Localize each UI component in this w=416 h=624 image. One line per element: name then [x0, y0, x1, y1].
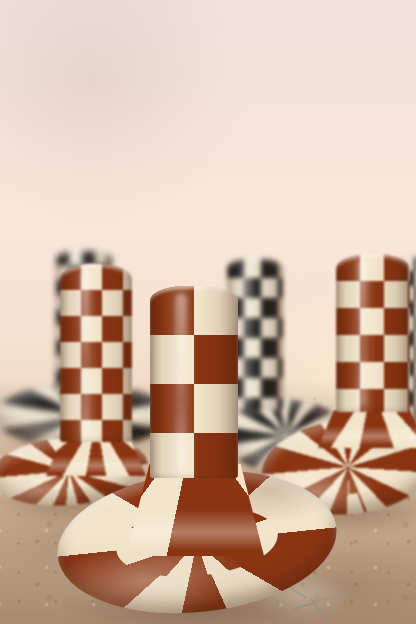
candleholder-brown-front-center — [0, 0, 416, 624]
holder-column — [150, 286, 238, 478]
photo-candlestick-scene — [0, 0, 416, 624]
